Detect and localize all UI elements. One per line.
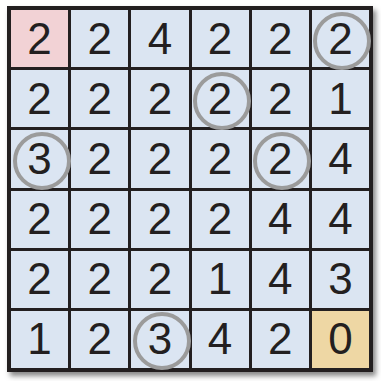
cell-value: 2	[208, 77, 232, 121]
cell-value: 2	[268, 137, 292, 181]
cell-value: 3	[27, 137, 51, 181]
grid-cell-r6c2[interactable]: 2	[71, 311, 128, 368]
cell-value: 1	[27, 317, 51, 361]
grid-cell-r2c1[interactable]: 2	[11, 70, 68, 127]
grid-cell-r6c4[interactable]: 4	[192, 311, 249, 368]
cell-value: 2	[268, 317, 292, 361]
cell-value: 4	[328, 197, 352, 241]
cell-value: 4	[148, 17, 172, 61]
cell-value: 2	[328, 17, 352, 61]
grid-cell-r4c4[interactable]: 2	[192, 191, 249, 248]
grid-cell-r5c5[interactable]: 4	[252, 251, 309, 308]
cell-value: 2	[208, 197, 232, 241]
cell-value: 0	[328, 317, 352, 361]
grid-cell-r5c3[interactable]: 2	[131, 251, 188, 308]
grid-cell-r6c6[interactable]: 0	[312, 311, 369, 368]
grid-cell-r1c4[interactable]: 2	[192, 10, 249, 67]
cell-value: 2	[148, 197, 172, 241]
puzzle-page: 224222222221322224222244222143123420	[0, 0, 381, 381]
grid-cell-r1c2[interactable]: 2	[71, 10, 128, 67]
cell-value: 2	[148, 137, 172, 181]
grid-cell-r3c5[interactable]: 2	[252, 130, 309, 187]
grid-cell-r3c4[interactable]: 2	[192, 130, 249, 187]
cell-value: 1	[328, 77, 352, 121]
grid-cell-r3c6[interactable]: 4	[312, 130, 369, 187]
grid-cell-r1c5[interactable]: 2	[252, 10, 309, 67]
grid-cell-r4c6[interactable]: 4	[312, 191, 369, 248]
cell-value: 2	[208, 137, 232, 181]
grid-cell-r1c6[interactable]: 2	[312, 10, 369, 67]
cell-value: 2	[88, 197, 112, 241]
cell-value: 2	[27, 17, 51, 61]
cell-value: 2	[88, 77, 112, 121]
cell-value: 2	[88, 137, 112, 181]
grid-cell-r2c4[interactable]: 2	[192, 70, 249, 127]
grid-cell-r1c1[interactable]: 2	[11, 10, 68, 67]
cell-value: 2	[88, 257, 112, 301]
cell-value: 4	[328, 137, 352, 181]
grid-cell-r4c1[interactable]: 2	[11, 191, 68, 248]
grid-cell-r3c1[interactable]: 3	[11, 130, 68, 187]
cell-value: 2	[208, 17, 232, 61]
cell-value: 2	[88, 317, 112, 361]
cell-value: 1	[208, 257, 232, 301]
grid-cell-r5c4[interactable]: 1	[192, 251, 249, 308]
grid-cell-r4c2[interactable]: 2	[71, 191, 128, 248]
grid-cell-r4c3[interactable]: 2	[131, 191, 188, 248]
grid-cell-r3c3[interactable]: 2	[131, 130, 188, 187]
cell-value: 2	[148, 257, 172, 301]
grid-cell-r3c2[interactable]: 2	[71, 130, 128, 187]
cell-value: 2	[27, 257, 51, 301]
grid-cell-r2c2[interactable]: 2	[71, 70, 128, 127]
cell-value: 2	[268, 17, 292, 61]
maze-board: 224222222221322224222244222143123420	[7, 6, 373, 372]
grid-cell-r5c2[interactable]: 2	[71, 251, 128, 308]
cell-value: 4	[268, 197, 292, 241]
cell-value: 4	[268, 257, 292, 301]
grid-cell-r2c5[interactable]: 2	[252, 70, 309, 127]
cell-value: 2	[27, 77, 51, 121]
grid-cell-r6c1[interactable]: 1	[11, 311, 68, 368]
grid-cell-r6c5[interactable]: 2	[252, 311, 309, 368]
grid-cell-r6c3[interactable]: 3	[131, 311, 188, 368]
grid-cell-r2c6[interactable]: 1	[312, 70, 369, 127]
grid-cell-r5c6[interactable]: 3	[312, 251, 369, 308]
cell-value: 2	[27, 197, 51, 241]
grid-cell-r5c1[interactable]: 2	[11, 251, 68, 308]
grid-cell-r4c5[interactable]: 4	[252, 191, 309, 248]
cell-value: 3	[148, 317, 172, 361]
cell-value: 2	[268, 77, 292, 121]
cell-value: 2	[88, 17, 112, 61]
grid-cell-r1c3[interactable]: 4	[131, 10, 188, 67]
cell-value: 3	[328, 257, 352, 301]
grid-cell-r2c3[interactable]: 2	[131, 70, 188, 127]
cell-value: 2	[148, 77, 172, 121]
board-grid: 224222222221322224222244222143123420	[11, 10, 369, 368]
cell-value: 4	[208, 317, 232, 361]
